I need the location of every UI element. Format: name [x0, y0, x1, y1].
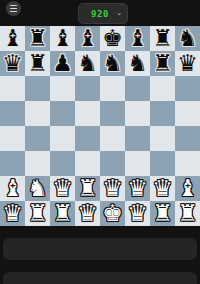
square-g4[interactable] — [150, 126, 175, 151]
piece-white-rook: ♜ — [152, 201, 173, 226]
square-e4[interactable] — [100, 126, 125, 151]
square-h6[interactable] — [175, 76, 200, 101]
piece-black-queen: ♛ — [177, 51, 198, 76]
square-a8[interactable]: ♝ — [0, 26, 25, 51]
piece-white-queen: ♛ — [127, 201, 148, 226]
square-e3[interactable] — [100, 151, 125, 176]
square-d3[interactable] — [75, 151, 100, 176]
square-d2[interactable]: ♜ — [75, 176, 100, 201]
square-f1[interactable]: ♛ — [125, 201, 150, 226]
square-c2[interactable]: ♛ — [50, 176, 75, 201]
square-c5[interactable] — [50, 101, 75, 126]
square-h3[interactable] — [175, 151, 200, 176]
square-b6[interactable] — [25, 76, 50, 101]
square-a6[interactable] — [0, 76, 25, 101]
square-e8[interactable]: ♚ — [100, 26, 125, 51]
piece-black-pawn: ♟ — [52, 51, 73, 76]
square-e7[interactable]: ♞ — [100, 51, 125, 76]
square-g3[interactable] — [150, 151, 175, 176]
piece-black-knight: ♞ — [77, 51, 98, 76]
chess-board: ♝♜♝♝♚♝♜♞♛♜♟♞♞♞♜♛♝♞♛♜♛♛♛♝♛♜♜♛♚♛♜♜ — [0, 26, 200, 226]
square-d4[interactable] — [75, 126, 100, 151]
square-a7[interactable]: ♛ — [0, 51, 25, 76]
square-e1[interactable]: ♚ — [100, 201, 125, 226]
piece-black-bishop: ♝ — [127, 26, 148, 51]
square-a5[interactable] — [0, 101, 25, 126]
square-b5[interactable] — [25, 101, 50, 126]
square-a1[interactable]: ♛ — [0, 201, 25, 226]
square-b7[interactable]: ♜ — [25, 51, 50, 76]
square-f2[interactable]: ♛ — [125, 176, 150, 201]
piece-white-rook: ♜ — [27, 201, 48, 226]
square-c6[interactable] — [50, 76, 75, 101]
piece-black-knight: ♞ — [177, 26, 198, 51]
square-e2[interactable]: ♛ — [100, 176, 125, 201]
piece-white-rook: ♜ — [177, 201, 198, 226]
piece-black-rook: ♜ — [27, 26, 48, 51]
piece-black-knight: ♞ — [127, 51, 148, 76]
square-c3[interactable] — [50, 151, 75, 176]
square-d6[interactable] — [75, 76, 100, 101]
piece-white-bishop: ♝ — [2, 176, 23, 201]
piece-black-rook: ♜ — [152, 26, 173, 51]
piece-white-queen: ♛ — [2, 201, 23, 226]
square-g8[interactable]: ♜ — [150, 26, 175, 51]
square-g5[interactable] — [150, 101, 175, 126]
piece-black-king: ♚ — [102, 26, 123, 51]
square-e5[interactable] — [100, 101, 125, 126]
square-b3[interactable] — [25, 151, 50, 176]
hamburger-icon — [10, 11, 17, 12]
piece-black-bishop: ♝ — [77, 26, 98, 51]
square-f8[interactable]: ♝ — [125, 26, 150, 51]
square-a3[interactable] — [0, 151, 25, 176]
square-c8[interactable]: ♝ — [50, 26, 75, 51]
chevron-down-icon: ⌄ — [116, 9, 122, 16]
piece-black-rook: ♜ — [27, 51, 48, 76]
piece-white-queen: ♛ — [102, 176, 123, 201]
square-b2[interactable]: ♞ — [25, 176, 50, 201]
piece-white-rook: ♜ — [77, 176, 98, 201]
piece-white-queen: ♛ — [52, 176, 73, 201]
piece-black-rook: ♜ — [152, 51, 173, 76]
piece-white-queen: ♛ — [127, 176, 148, 201]
square-f4[interactable] — [125, 126, 150, 151]
square-g6[interactable] — [150, 76, 175, 101]
captured-pieces-tray-bottom — [3, 272, 197, 284]
square-g7[interactable]: ♜ — [150, 51, 175, 76]
square-b4[interactable] — [25, 126, 50, 151]
square-c1[interactable]: ♜ — [50, 201, 75, 226]
piece-white-queen: ♛ — [152, 176, 173, 201]
square-h2[interactable]: ♝ — [175, 176, 200, 201]
rating-value: 920 — [91, 9, 109, 19]
piece-white-knight: ♞ — [27, 176, 48, 201]
square-b8[interactable]: ♜ — [25, 26, 50, 51]
piece-white-rook: ♜ — [52, 201, 73, 226]
square-d5[interactable] — [75, 101, 100, 126]
square-h8[interactable]: ♞ — [175, 26, 200, 51]
piece-white-bishop: ♝ — [177, 176, 198, 201]
square-a4[interactable] — [0, 126, 25, 151]
rating-dropdown[interactable]: 920 ⌄ — [78, 3, 128, 24]
piece-black-bishop: ♝ — [2, 26, 23, 51]
piece-black-knight: ♞ — [102, 51, 123, 76]
square-f5[interactable] — [125, 101, 150, 126]
square-a2[interactable]: ♝ — [0, 176, 25, 201]
square-c7[interactable]: ♟ — [50, 51, 75, 76]
square-f6[interactable] — [125, 76, 150, 101]
square-d7[interactable]: ♞ — [75, 51, 100, 76]
square-f3[interactable] — [125, 151, 150, 176]
square-h7[interactable]: ♛ — [175, 51, 200, 76]
captured-pieces-tray-top — [3, 238, 197, 260]
piece-black-queen: ♛ — [2, 51, 23, 76]
square-g2[interactable]: ♛ — [150, 176, 175, 201]
square-c4[interactable] — [50, 126, 75, 151]
piece-white-queen: ♛ — [77, 201, 98, 226]
hamburger-icon — [10, 5, 17, 6]
square-e6[interactable] — [100, 76, 125, 101]
menu-button[interactable] — [6, 1, 21, 16]
square-h5[interactable] — [175, 101, 200, 126]
square-g1[interactable]: ♜ — [150, 201, 175, 226]
piece-black-bishop: ♝ — [52, 26, 73, 51]
square-h4[interactable] — [175, 126, 200, 151]
square-b1[interactable]: ♜ — [25, 201, 50, 226]
app-header: 920 ⌄ — [0, 0, 200, 26]
piece-white-king: ♚ — [102, 201, 123, 226]
square-f7[interactable]: ♞ — [125, 51, 150, 76]
square-d8[interactable]: ♝ — [75, 26, 100, 51]
square-d1[interactable]: ♛ — [75, 201, 100, 226]
square-h1[interactable]: ♜ — [175, 201, 200, 226]
hamburger-icon — [10, 8, 17, 9]
